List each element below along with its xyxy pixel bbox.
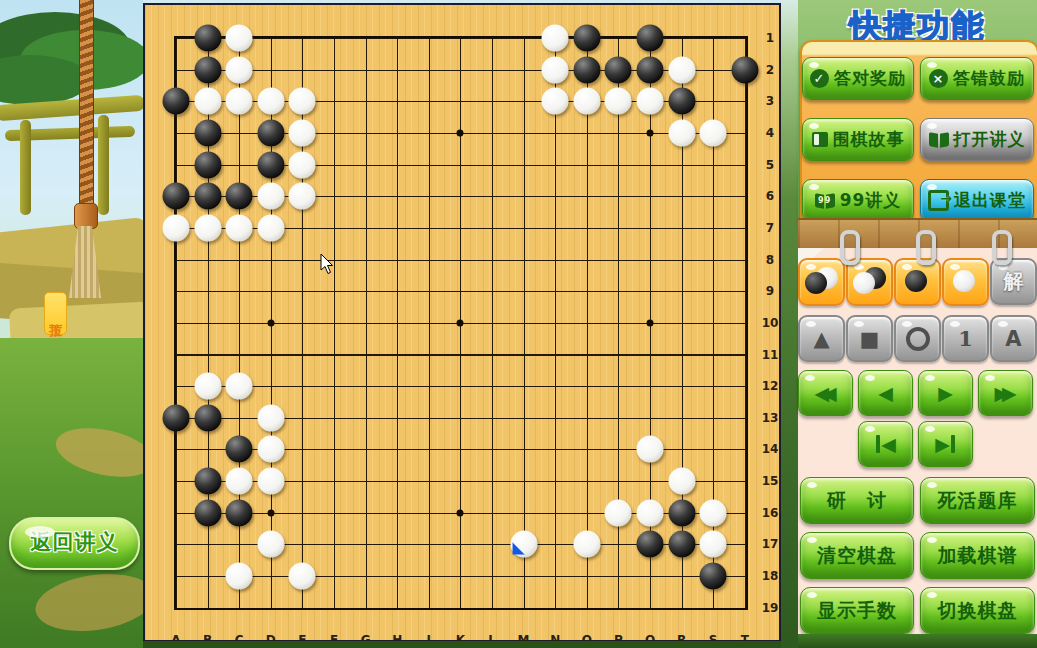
row-label: 8 — [766, 253, 774, 267]
white-stone[interactable] — [226, 25, 253, 52]
black-stone[interactable] — [668, 531, 695, 558]
binder-ring — [916, 230, 936, 265]
quick-functions-panel: 快捷功能 ✓ 答对奖励 × 答错鼓励 围棋故事 打开讲义 99 99讲义 退出课… — [798, 0, 1037, 648]
show-move-numbers-button[interactable]: 显示手数 — [800, 587, 914, 634]
next-icon: ▶ — [938, 382, 953, 404]
row-label: 13 — [762, 411, 779, 425]
row-label: 17 — [762, 537, 779, 551]
tool-number-button[interactable]: 1 — [942, 315, 989, 362]
bamboo-post — [98, 115, 109, 215]
row-label: 12 — [762, 379, 779, 393]
white-stone[interactable] — [289, 183, 316, 210]
black-stone[interactable] — [700, 563, 727, 590]
white-stone[interactable] — [542, 88, 569, 115]
star-point — [647, 129, 654, 136]
open-book-icon — [929, 133, 949, 147]
white-stone[interactable] — [605, 499, 632, 526]
blue-triangle-marker — [512, 542, 525, 555]
black-stone[interactable] — [226, 183, 253, 210]
open-lecture-label: 打开讲义 — [954, 128, 1026, 151]
rewind-button[interactable]: ◀◀ — [798, 370, 853, 416]
white-stone[interactable] — [637, 436, 664, 463]
row-label: 3 — [766, 94, 774, 108]
star-point — [267, 319, 274, 326]
black-stone[interactable] — [226, 436, 253, 463]
white-stone[interactable] — [668, 119, 695, 146]
tool-square-button[interactable]: ■ — [846, 315, 893, 362]
white-stone[interactable] — [226, 56, 253, 83]
white-stone[interactable] — [700, 531, 727, 558]
wrong-encourage-label: 答错鼓励 — [953, 67, 1025, 90]
black-stone[interactable] — [573, 25, 600, 52]
last-move-button[interactable]: ▶ — [918, 421, 973, 467]
exit-class-button[interactable]: 退出课堂 — [920, 179, 1034, 222]
white-stone[interactable] — [668, 56, 695, 83]
black-stone[interactable] — [257, 151, 284, 178]
book-icon — [812, 132, 828, 147]
row-label: 11 — [762, 348, 779, 362]
white-stone[interactable] — [257, 404, 284, 431]
black-stone[interactable] — [194, 25, 221, 52]
book-99-text: 99 — [818, 196, 832, 205]
black-stone[interactable] — [194, 468, 221, 495]
black-stone[interactable] — [163, 88, 190, 115]
white-stone[interactable] — [257, 183, 284, 210]
white-stone[interactable] — [637, 499, 664, 526]
white-stone[interactable] — [289, 151, 316, 178]
tool-black-over-white-button[interactable] — [798, 258, 845, 306]
white-stone[interactable] — [226, 563, 253, 590]
tool-letter-button[interactable]: A — [990, 315, 1037, 362]
background-strip — [143, 641, 781, 648]
white-stone[interactable] — [289, 119, 316, 146]
binder-ring — [992, 230, 1012, 265]
white-stone[interactable] — [668, 468, 695, 495]
row-label: 1 — [766, 31, 774, 45]
black-stone[interactable] — [637, 531, 664, 558]
scene-sidebar: 下拉 返回讲义 — [0, 0, 143, 648]
row-label: 4 — [766, 126, 774, 140]
black-stone[interactable] — [194, 56, 221, 83]
hanging-rope — [79, 0, 94, 212]
rewind-icon: ◀◀ — [821, 382, 829, 404]
first-bar-icon — [876, 435, 880, 453]
white-stone[interactable] — [510, 531, 537, 558]
white-stone[interactable] — [226, 214, 253, 241]
last-icon: ▶ — [935, 433, 950, 455]
tool-white-stone-button[interactable] — [942, 258, 989, 306]
white-stone[interactable] — [194, 214, 221, 241]
correct-reward-button[interactable]: ✓ 答对奖励 — [802, 57, 914, 100]
board-grid[interactable] — [176, 38, 746, 608]
row-label: 19 — [762, 601, 779, 615]
white-stone[interactable] — [226, 468, 253, 495]
go-board[interactable]: ABCDEFGHJKLMNOPQRST123456789101112131415… — [143, 3, 781, 642]
black-stone[interactable] — [668, 88, 695, 115]
black-stone[interactable] — [257, 119, 284, 146]
white-stone[interactable] — [573, 531, 600, 558]
fast-forward-button[interactable]: ▶▶ — [978, 370, 1033, 416]
square-icon: ■ — [860, 327, 880, 351]
white-stone[interactable] — [226, 88, 253, 115]
row-label: 6 — [766, 189, 774, 203]
go-teaching-app: 下拉 返回讲义 ABCDEFGHJKLMNOPQRST1234567891011… — [0, 0, 1037, 648]
letter-icon: A — [1005, 327, 1021, 351]
go-story-label: 围棋故事 — [833, 128, 905, 151]
black-stone-icon — [805, 272, 827, 294]
black-stone[interactable] — [194, 151, 221, 178]
answer-label: 解 — [1004, 268, 1024, 295]
white-stone[interactable] — [542, 56, 569, 83]
mouse-cursor — [320, 254, 336, 276]
tool-white-over-black-button[interactable] — [846, 258, 893, 306]
white-stone[interactable] — [194, 373, 221, 400]
star-point — [457, 509, 464, 516]
white-stone[interactable] — [637, 88, 664, 115]
lecture-99-label: 99讲义 — [840, 189, 902, 212]
number-icon: 1 — [958, 326, 973, 351]
white-stone[interactable] — [605, 88, 632, 115]
black-stone[interactable] — [163, 183, 190, 210]
black-stone-icon — [905, 270, 927, 292]
row-label: 16 — [762, 506, 779, 520]
row-label: 2 — [766, 63, 774, 77]
go-story-button[interactable]: 围棋故事 — [802, 118, 914, 161]
white-stone[interactable] — [257, 214, 284, 241]
binder-ring — [840, 230, 860, 265]
white-stone[interactable] — [257, 88, 284, 115]
clear-board-button[interactable]: 清空棋盘 — [800, 532, 914, 579]
black-stone[interactable] — [226, 499, 253, 526]
circle-icon — [906, 327, 930, 351]
black-stone[interactable] — [637, 25, 664, 52]
tool-answer-button[interactable]: 解 — [990, 258, 1037, 305]
pull-down-tab[interactable]: 下拉 — [44, 292, 67, 335]
black-stone[interactable] — [731, 56, 758, 83]
grass-strip — [798, 634, 1037, 648]
white-stone[interactable] — [289, 88, 316, 115]
black-stone[interactable] — [194, 183, 221, 210]
tassel-cap — [74, 203, 98, 229]
star-point — [457, 319, 464, 326]
star-point — [457, 129, 464, 136]
white-stone[interactable] — [573, 88, 600, 115]
next-move-button[interactable]: ▶ — [918, 370, 973, 416]
switch-board-button[interactable]: 切换棋盘 — [920, 587, 1035, 634]
black-stone[interactable] — [573, 56, 600, 83]
white-stone-icon — [953, 270, 975, 292]
correct-reward-label: 答对奖励 — [834, 67, 906, 90]
white-stone[interactable] — [257, 436, 284, 463]
exit-class-label: 退出课堂 — [954, 189, 1026, 212]
row-label: 14 — [762, 442, 779, 456]
research-button[interactable]: 研 讨 — [800, 477, 914, 524]
tool-triangle-button[interactable]: ▲ — [798, 315, 845, 362]
check-circle-icon: ✓ — [810, 69, 829, 88]
x-circle-icon: × — [929, 69, 948, 88]
lecture-99-button[interactable]: 99 99讲义 — [802, 179, 914, 222]
load-kifu-button[interactable]: 加载棋谱 — [920, 532, 1035, 579]
black-stone[interactable] — [163, 404, 190, 431]
row-label: 15 — [762, 474, 779, 488]
tool-circle-button[interactable] — [894, 315, 941, 362]
prev-icon: ◀ — [878, 382, 893, 404]
white-stone[interactable] — [700, 499, 727, 526]
black-stone[interactable] — [194, 499, 221, 526]
white-stone[interactable] — [542, 25, 569, 52]
background-foliage — [781, 0, 798, 648]
open-lecture-button[interactable]: 打开讲义 — [920, 118, 1034, 161]
last-bar-icon — [951, 435, 955, 453]
life-death-library-button[interactable]: 死活题库 — [920, 477, 1035, 524]
white-stone[interactable] — [163, 214, 190, 241]
prev-move-button[interactable]: ◀ — [858, 370, 913, 416]
row-label: 10 — [762, 316, 779, 330]
row-label: 9 — [766, 284, 774, 298]
book-99-icon: 99 — [815, 194, 835, 208]
back-to-lecture-button[interactable]: 返回讲义 — [9, 517, 140, 570]
button-gloss — [25, 526, 55, 538]
white-stone[interactable] — [700, 119, 727, 146]
row-label: 5 — [766, 158, 774, 172]
black-stone[interactable] — [668, 499, 695, 526]
tool-black-stone-button[interactable] — [894, 258, 941, 306]
white-stone[interactable] — [257, 531, 284, 558]
first-move-button[interactable]: ◀ — [858, 421, 913, 467]
wrong-encourage-button[interactable]: × 答错鼓励 — [920, 57, 1034, 100]
black-stone[interactable] — [637, 56, 664, 83]
black-stone[interactable] — [194, 404, 221, 431]
row-label: 7 — [766, 221, 774, 235]
star-point — [267, 509, 274, 516]
fast-forward-icon: ▶▶ — [1001, 382, 1009, 404]
black-stone[interactable] — [605, 56, 632, 83]
first-icon: ◀ — [881, 433, 896, 455]
white-stone[interactable] — [257, 468, 284, 495]
black-stone[interactable] — [194, 119, 221, 146]
white-stone[interactable] — [289, 563, 316, 590]
row-label: 18 — [762, 569, 779, 583]
bamboo-post — [20, 120, 31, 215]
white-stone[interactable] — [226, 373, 253, 400]
white-stone[interactable] — [194, 88, 221, 115]
white-stone-icon — [853, 272, 875, 294]
exit-icon — [928, 190, 949, 211]
triangle-icon: ▲ — [813, 327, 829, 351]
star-point — [647, 319, 654, 326]
